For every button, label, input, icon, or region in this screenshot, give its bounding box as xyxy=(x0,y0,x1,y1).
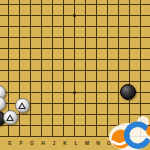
column-label: N xyxy=(96,140,100,146)
star-point xyxy=(73,91,76,94)
column-label: E xyxy=(8,140,11,146)
grid-vline xyxy=(63,0,64,137)
grid-vline xyxy=(41,0,42,137)
column-label: H xyxy=(41,140,45,146)
grid-vline xyxy=(30,0,31,137)
white-stone-F4[interactable] xyxy=(15,98,30,113)
white-stone-E3[interactable] xyxy=(3,110,18,125)
grid-hline xyxy=(0,70,150,71)
grid-hline xyxy=(0,26,150,27)
grid-vline xyxy=(19,0,20,137)
column-label: J xyxy=(53,140,56,146)
triangle-marker xyxy=(6,114,14,121)
grid-hline xyxy=(0,4,150,5)
grid-vline xyxy=(74,0,75,137)
watermark-logo xyxy=(104,114,150,150)
grid-hline xyxy=(0,59,150,60)
grid-hline xyxy=(0,37,150,38)
column-label: F xyxy=(19,140,22,146)
white-stone-D4[interactable] xyxy=(0,96,6,111)
column-label: L xyxy=(74,140,77,146)
grid-vline xyxy=(96,0,97,137)
grid-vline xyxy=(52,0,53,137)
grid-hline xyxy=(0,48,150,49)
column-label: M xyxy=(85,140,89,146)
black-stone-Q5[interactable] xyxy=(120,84,136,100)
column-label: K xyxy=(63,140,67,146)
grid-hline xyxy=(0,81,150,82)
triangle-marker xyxy=(18,102,26,109)
column-label: G xyxy=(30,140,34,146)
star-point xyxy=(73,14,76,17)
grid-vline xyxy=(85,0,86,137)
go-board[interactable]: EFGHJKLMNOPQR xyxy=(0,0,150,150)
